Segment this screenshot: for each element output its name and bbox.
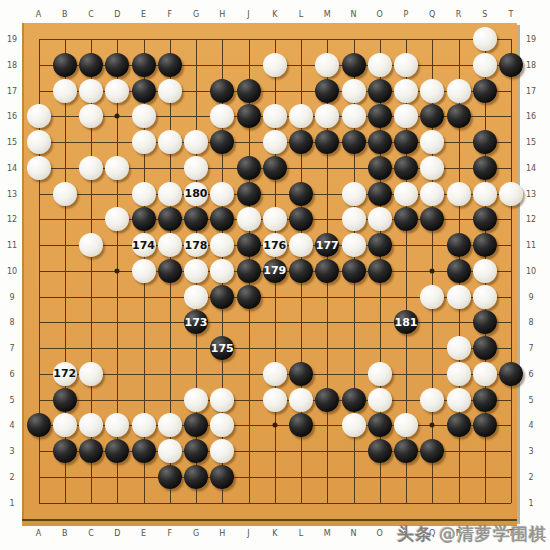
star-point — [115, 114, 120, 119]
grid-line-horizontal — [39, 503, 512, 504]
stone-Q13 — [420, 182, 444, 206]
stone-E15 — [132, 130, 156, 154]
column-label-bottom: F — [167, 529, 172, 538]
column-label-bottom: O — [377, 529, 383, 538]
stone-L4 — [289, 413, 313, 437]
row-label-left: 6 — [9, 369, 14, 378]
stone-S15 — [473, 130, 497, 154]
row-label-right: 3 — [528, 447, 533, 456]
stone-H13 — [210, 182, 234, 206]
stone-J10 — [237, 259, 261, 283]
stone-G9 — [184, 285, 208, 309]
column-label-top: R — [456, 10, 462, 19]
stone-R6 — [447, 362, 471, 386]
star-point — [430, 268, 435, 273]
stone-K15 — [263, 130, 287, 154]
stone-B13 — [53, 182, 77, 206]
stone-A4 — [27, 413, 51, 437]
row-label-left: 10 — [7, 266, 17, 275]
column-label-bottom: D — [114, 529, 120, 538]
stone-S12 — [473, 207, 497, 231]
row-label-right: 15 — [526, 138, 536, 147]
stone-O15 — [368, 130, 392, 154]
grid-line-horizontal — [39, 322, 512, 323]
stone-D3 — [105, 439, 129, 463]
stone-M18 — [315, 53, 339, 77]
stone-O3 — [368, 439, 392, 463]
stone-M5 — [315, 388, 339, 412]
stone-N5 — [342, 388, 366, 412]
stone-H2 — [210, 465, 234, 489]
stone-S7 — [473, 336, 497, 360]
stone-S18 — [473, 53, 497, 77]
row-label-left: 3 — [9, 447, 14, 456]
stone-G10 — [184, 259, 208, 283]
stone-P4 — [394, 413, 418, 437]
stone-P3 — [394, 439, 418, 463]
stone-G12 — [184, 207, 208, 231]
stone-H9 — [210, 285, 234, 309]
stone-T13 — [499, 182, 523, 206]
column-label-top: S — [482, 10, 487, 19]
stone-G15 — [184, 130, 208, 154]
stone-Q3 — [420, 439, 444, 463]
stone-R11 — [447, 233, 471, 257]
stone-O16 — [368, 104, 392, 128]
row-label-right: 1 — [528, 498, 533, 507]
stone-F15 — [158, 130, 182, 154]
stone-O14 — [368, 156, 392, 180]
column-label-top: T — [509, 10, 514, 19]
row-label-right: 6 — [528, 369, 533, 378]
stone-H3 — [210, 439, 234, 463]
stone-T18 — [499, 53, 523, 77]
stone-G11: 178 — [184, 233, 208, 257]
stone-D14 — [105, 156, 129, 180]
stone-K12 — [263, 207, 287, 231]
stone-J11 — [237, 233, 261, 257]
stone-K11: 176 — [263, 233, 287, 257]
row-label-right: 18 — [526, 60, 536, 69]
stone-G14 — [184, 156, 208, 180]
move-number-label: 173 — [185, 317, 208, 328]
stone-M15 — [315, 130, 339, 154]
stone-H11 — [210, 233, 234, 257]
row-label-left: 12 — [7, 215, 17, 224]
watermark-logo: 头条 — [397, 524, 433, 544]
row-label-left: 16 — [7, 112, 17, 121]
stone-E13 — [132, 182, 156, 206]
stone-O4 — [368, 413, 392, 437]
column-label-bottom: M — [324, 529, 331, 538]
row-label-left: 9 — [9, 292, 14, 301]
column-label-bottom: L — [299, 529, 303, 538]
stone-L10 — [289, 259, 313, 283]
stone-B3 — [53, 439, 77, 463]
stone-G8: 173 — [184, 310, 208, 334]
stone-H17 — [210, 79, 234, 103]
stone-R4 — [447, 413, 471, 437]
stone-T6 — [499, 362, 523, 386]
column-label-bottom: A — [36, 529, 41, 538]
stone-L12 — [289, 207, 313, 231]
column-label-bottom: H — [219, 529, 225, 538]
stone-S4 — [473, 413, 497, 437]
stone-H10 — [210, 259, 234, 283]
stone-C4 — [79, 413, 103, 437]
stone-J17 — [237, 79, 261, 103]
stone-K18 — [263, 53, 287, 77]
move-number-label: 179 — [263, 265, 286, 276]
stone-L11 — [289, 233, 313, 257]
row-label-left: 4 — [9, 421, 14, 430]
stone-L6 — [289, 362, 313, 386]
stone-N15 — [342, 130, 366, 154]
move-number-label: 177 — [316, 240, 339, 251]
row-label-right: 17 — [526, 86, 536, 95]
row-label-right: 13 — [526, 189, 536, 198]
stone-G5 — [184, 388, 208, 412]
move-number-label: 180 — [185, 188, 208, 199]
stone-Q17 — [420, 79, 444, 103]
stone-E12 — [132, 207, 156, 231]
stone-A15 — [27, 130, 51, 154]
column-label-bottom: J — [247, 529, 249, 538]
stone-R9 — [447, 285, 471, 309]
stone-S9 — [473, 285, 497, 309]
stone-N18 — [342, 53, 366, 77]
stone-L16 — [289, 104, 313, 128]
stone-O18 — [368, 53, 392, 77]
row-label-right: 16 — [526, 112, 536, 121]
stone-F10 — [158, 259, 182, 283]
row-label-right: 11 — [526, 241, 536, 250]
stone-N10 — [342, 259, 366, 283]
stone-M11: 177 — [315, 233, 339, 257]
stone-O11 — [368, 233, 392, 257]
watermark: 头条@清萝学围棋 — [397, 523, 547, 546]
column-label-top: H — [219, 10, 225, 19]
column-label-top: P — [404, 10, 409, 19]
watermark-handle: @清萝学围棋 — [439, 524, 547, 544]
stone-H7: 175 — [210, 336, 234, 360]
stone-E3 — [132, 439, 156, 463]
stone-P12 — [394, 207, 418, 231]
column-label-top: M — [324, 10, 331, 19]
column-label-top: N — [351, 10, 357, 19]
stone-K14 — [263, 156, 287, 180]
move-number-label: 178 — [185, 240, 208, 251]
stone-B4 — [53, 413, 77, 437]
grid-line-horizontal — [39, 348, 512, 349]
stone-S11 — [473, 233, 497, 257]
stone-K6 — [263, 362, 287, 386]
grid-line-vertical — [511, 39, 512, 503]
stone-F4 — [158, 413, 182, 437]
stone-N11 — [342, 233, 366, 257]
column-label-top: J — [247, 10, 249, 19]
row-label-right: 2 — [528, 472, 533, 481]
row-label-right: 5 — [528, 395, 533, 404]
stone-G4 — [184, 413, 208, 437]
stone-K10: 179 — [263, 259, 287, 283]
stone-N12 — [342, 207, 366, 231]
stone-F11 — [158, 233, 182, 257]
row-label-right: 14 — [526, 163, 536, 172]
stone-E16 — [132, 104, 156, 128]
stone-N16 — [342, 104, 366, 128]
row-label-left: 19 — [7, 35, 17, 44]
move-number-label: 172 — [53, 368, 76, 379]
column-label-top: O — [377, 10, 383, 19]
stone-C3 — [79, 439, 103, 463]
stone-Q16 — [420, 104, 444, 128]
stone-N17 — [342, 79, 366, 103]
stone-R5 — [447, 388, 471, 412]
row-label-right: 7 — [528, 344, 533, 353]
grid-line-horizontal — [39, 477, 512, 478]
row-label-left: 2 — [9, 472, 14, 481]
stone-K16 — [263, 104, 287, 128]
stone-R17 — [447, 79, 471, 103]
column-label-bottom: E — [141, 529, 146, 538]
column-label-bottom: G — [193, 529, 199, 538]
star-point — [115, 268, 120, 273]
stone-F17 — [158, 79, 182, 103]
row-label-right: 8 — [528, 318, 533, 327]
stone-S14 — [473, 156, 497, 180]
column-label-top: F — [167, 10, 172, 19]
stone-C16 — [79, 104, 103, 128]
stone-P13 — [394, 182, 418, 206]
stone-P18 — [394, 53, 418, 77]
stone-Q12 — [420, 207, 444, 231]
stone-C11 — [79, 233, 103, 257]
stone-A14 — [27, 156, 51, 180]
stone-L5 — [289, 388, 313, 412]
row-label-left: 11 — [7, 241, 17, 250]
stone-D18 — [105, 53, 129, 77]
stone-B6: 172 — [53, 362, 77, 386]
row-label-left: 8 — [9, 318, 14, 327]
column-label-bottom: N — [351, 529, 357, 538]
move-number-label: 176 — [263, 240, 286, 251]
stone-S10 — [473, 259, 497, 283]
column-label-bottom: C — [88, 529, 94, 538]
stone-S13 — [473, 182, 497, 206]
stone-E10 — [132, 259, 156, 283]
stone-F12 — [158, 207, 182, 231]
row-label-left: 18 — [7, 60, 17, 69]
stone-Q15 — [420, 130, 444, 154]
stone-P8: 181 — [394, 310, 418, 334]
row-label-left: 7 — [9, 344, 14, 353]
stone-L13 — [289, 182, 313, 206]
stone-O13 — [368, 182, 392, 206]
row-label-left: 1 — [9, 498, 14, 507]
row-label-right: 10 — [526, 266, 536, 275]
stone-J16 — [237, 104, 261, 128]
stone-P17 — [394, 79, 418, 103]
column-label-top: G — [193, 10, 199, 19]
column-label-top: Q — [429, 10, 435, 19]
stone-M16 — [315, 104, 339, 128]
stone-J14 — [237, 156, 261, 180]
column-label-top: E — [141, 10, 146, 19]
stone-S17 — [473, 79, 497, 103]
stone-O12 — [368, 207, 392, 231]
column-label-bottom: B — [62, 529, 68, 538]
stone-B18 — [53, 53, 77, 77]
stone-B5 — [53, 388, 77, 412]
stone-O10 — [368, 259, 392, 283]
stone-H4 — [210, 413, 234, 437]
column-label-top: A — [36, 10, 41, 19]
stone-O5 — [368, 388, 392, 412]
stone-C6 — [79, 362, 103, 386]
stone-R13 — [447, 182, 471, 206]
stone-C18 — [79, 53, 103, 77]
stone-H15 — [210, 130, 234, 154]
stone-N4 — [342, 413, 366, 437]
stone-F13 — [158, 182, 182, 206]
stone-O6 — [368, 362, 392, 386]
stone-F2 — [158, 465, 182, 489]
stone-F18 — [158, 53, 182, 77]
column-label-bottom: K — [272, 529, 277, 538]
stone-H5 — [210, 388, 234, 412]
move-number-label: 175 — [211, 343, 234, 354]
stone-E18 — [132, 53, 156, 77]
stone-A16 — [27, 104, 51, 128]
stone-C17 — [79, 79, 103, 103]
stone-S8 — [473, 310, 497, 334]
stone-H12 — [210, 207, 234, 231]
stone-P16 — [394, 104, 418, 128]
stone-S6 — [473, 362, 497, 386]
stone-E11: 174 — [132, 233, 156, 257]
row-label-left: 15 — [7, 138, 17, 147]
stone-J9 — [237, 285, 261, 309]
column-label-top: K — [272, 10, 277, 19]
stone-J13 — [237, 182, 261, 206]
row-label-right: 19 — [526, 35, 536, 44]
stone-G13: 180 — [184, 182, 208, 206]
column-label-top: D — [114, 10, 120, 19]
stone-B17 — [53, 79, 77, 103]
move-number-label: 174 — [132, 240, 155, 251]
stone-J12 — [237, 207, 261, 231]
row-label-right: 9 — [528, 292, 533, 301]
row-label-right: 4 — [528, 421, 533, 430]
stone-G2 — [184, 465, 208, 489]
column-label-top: L — [299, 10, 303, 19]
stone-K5 — [263, 388, 287, 412]
stone-D4 — [105, 413, 129, 437]
stone-S5 — [473, 388, 497, 412]
go-diagram: AA1919BB1818CC1717DD1616EE1515FF1414GG13… — [0, 0, 550, 550]
stone-F3 — [158, 439, 182, 463]
stone-R7 — [447, 336, 471, 360]
stone-N13 — [342, 182, 366, 206]
star-point — [430, 423, 435, 428]
move-number-label: 181 — [395, 317, 418, 328]
stone-S19 — [473, 27, 497, 51]
row-label-left: 17 — [7, 86, 17, 95]
stone-D17 — [105, 79, 129, 103]
row-label-left: 14 — [7, 163, 17, 172]
stone-R16 — [447, 104, 471, 128]
column-label-top: C — [88, 10, 94, 19]
stone-E17 — [132, 79, 156, 103]
stone-Q5 — [420, 388, 444, 412]
row-label-left: 13 — [7, 189, 17, 198]
stone-P14 — [394, 156, 418, 180]
stone-C14 — [79, 156, 103, 180]
column-label-top: B — [62, 10, 68, 19]
star-point — [272, 423, 277, 428]
stone-G3 — [184, 439, 208, 463]
stone-P15 — [394, 130, 418, 154]
board-right-edge — [517, 25, 520, 524]
stone-M10 — [315, 259, 339, 283]
stone-D12 — [105, 207, 129, 231]
stone-L15 — [289, 130, 313, 154]
row-label-right: 12 — [526, 215, 536, 224]
stone-E4 — [132, 413, 156, 437]
stone-Q9 — [420, 285, 444, 309]
stone-H16 — [210, 104, 234, 128]
stone-R10 — [447, 259, 471, 283]
stone-M17 — [315, 79, 339, 103]
row-label-left: 5 — [9, 395, 14, 404]
stone-Q14 — [420, 156, 444, 180]
stone-O17 — [368, 79, 392, 103]
